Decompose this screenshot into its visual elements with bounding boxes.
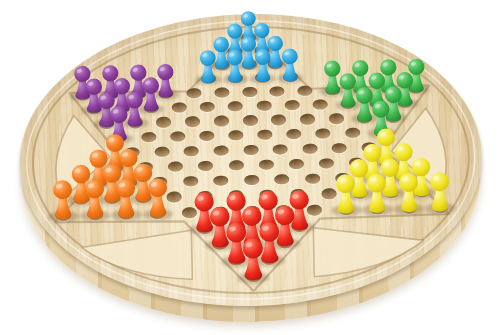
board-hole[interactable]	[183, 176, 198, 187]
board-hole[interactable]	[184, 146, 199, 157]
board-cells	[17, 7, 485, 329]
board-hole[interactable]	[288, 158, 303, 169]
board-hole[interactable]	[305, 173, 320, 184]
peg-yellow[interactable]	[426, 171, 453, 212]
board-hole[interactable]	[172, 102, 187, 113]
board-hole[interactable]	[156, 117, 171, 128]
board-hole[interactable]	[228, 130, 243, 141]
board-hole[interactable]	[228, 160, 243, 171]
peg-yellow[interactable]	[332, 173, 359, 214]
peg-orange[interactable]	[81, 179, 108, 220]
chinese-checkers-board	[17, 7, 485, 329]
board-hole[interactable]	[200, 102, 215, 113]
board-hole[interactable]	[186, 88, 201, 99]
board-hole[interactable]	[328, 113, 343, 124]
board-hole[interactable]	[302, 143, 317, 154]
peg-orange[interactable]	[50, 179, 77, 220]
peg-blue[interactable]	[224, 49, 247, 84]
board-hole[interactable]	[244, 175, 259, 186]
product-photo: Round bamboo Chinese checkers board phot…	[0, 0, 500, 335]
board-hole[interactable]	[313, 99, 328, 110]
board-hole[interactable]	[345, 127, 360, 138]
board-hole[interactable]	[316, 128, 331, 139]
peg-blue[interactable]	[278, 48, 301, 83]
board-hole[interactable]	[274, 174, 289, 185]
peg-blue[interactable]	[251, 48, 274, 83]
board-hole[interactable]	[318, 158, 333, 169]
board-hole[interactable]	[286, 129, 301, 140]
peg-yellow[interactable]	[364, 173, 391, 214]
peg-yellow[interactable]	[395, 172, 422, 213]
board-hole[interactable]	[213, 145, 228, 156]
board-hole[interactable]	[228, 101, 243, 112]
peg-blue[interactable]	[196, 50, 219, 85]
board-hole[interactable]	[332, 142, 347, 153]
board-hole[interactable]	[185, 116, 200, 127]
board-hole[interactable]	[154, 146, 169, 157]
board-hole[interactable]	[243, 144, 258, 155]
board-hole[interactable]	[273, 144, 288, 155]
board-hole[interactable]	[242, 87, 257, 98]
board-hole[interactable]	[257, 129, 272, 140]
board-hole[interactable]	[258, 159, 273, 170]
board-hole[interactable]	[214, 116, 229, 127]
board-hole[interactable]	[256, 100, 271, 111]
peg-orange[interactable]	[112, 178, 139, 219]
board-hole[interactable]	[198, 160, 213, 171]
board-hole[interactable]	[270, 86, 285, 97]
peg-red[interactable]	[238, 238, 267, 282]
board-hole[interactable]	[271, 114, 286, 125]
board-hole[interactable]	[297, 85, 312, 96]
board-hole[interactable]	[242, 115, 257, 126]
board-hole[interactable]	[284, 100, 299, 111]
peg-orange[interactable]	[144, 177, 171, 218]
board-hole[interactable]	[170, 131, 185, 142]
board-hole[interactable]	[300, 114, 315, 125]
board-hole[interactable]	[214, 87, 229, 98]
board-hole[interactable]	[168, 161, 183, 172]
board-hole[interactable]	[199, 130, 214, 141]
board-hole[interactable]	[141, 132, 156, 143]
board-hole[interactable]	[213, 175, 228, 186]
